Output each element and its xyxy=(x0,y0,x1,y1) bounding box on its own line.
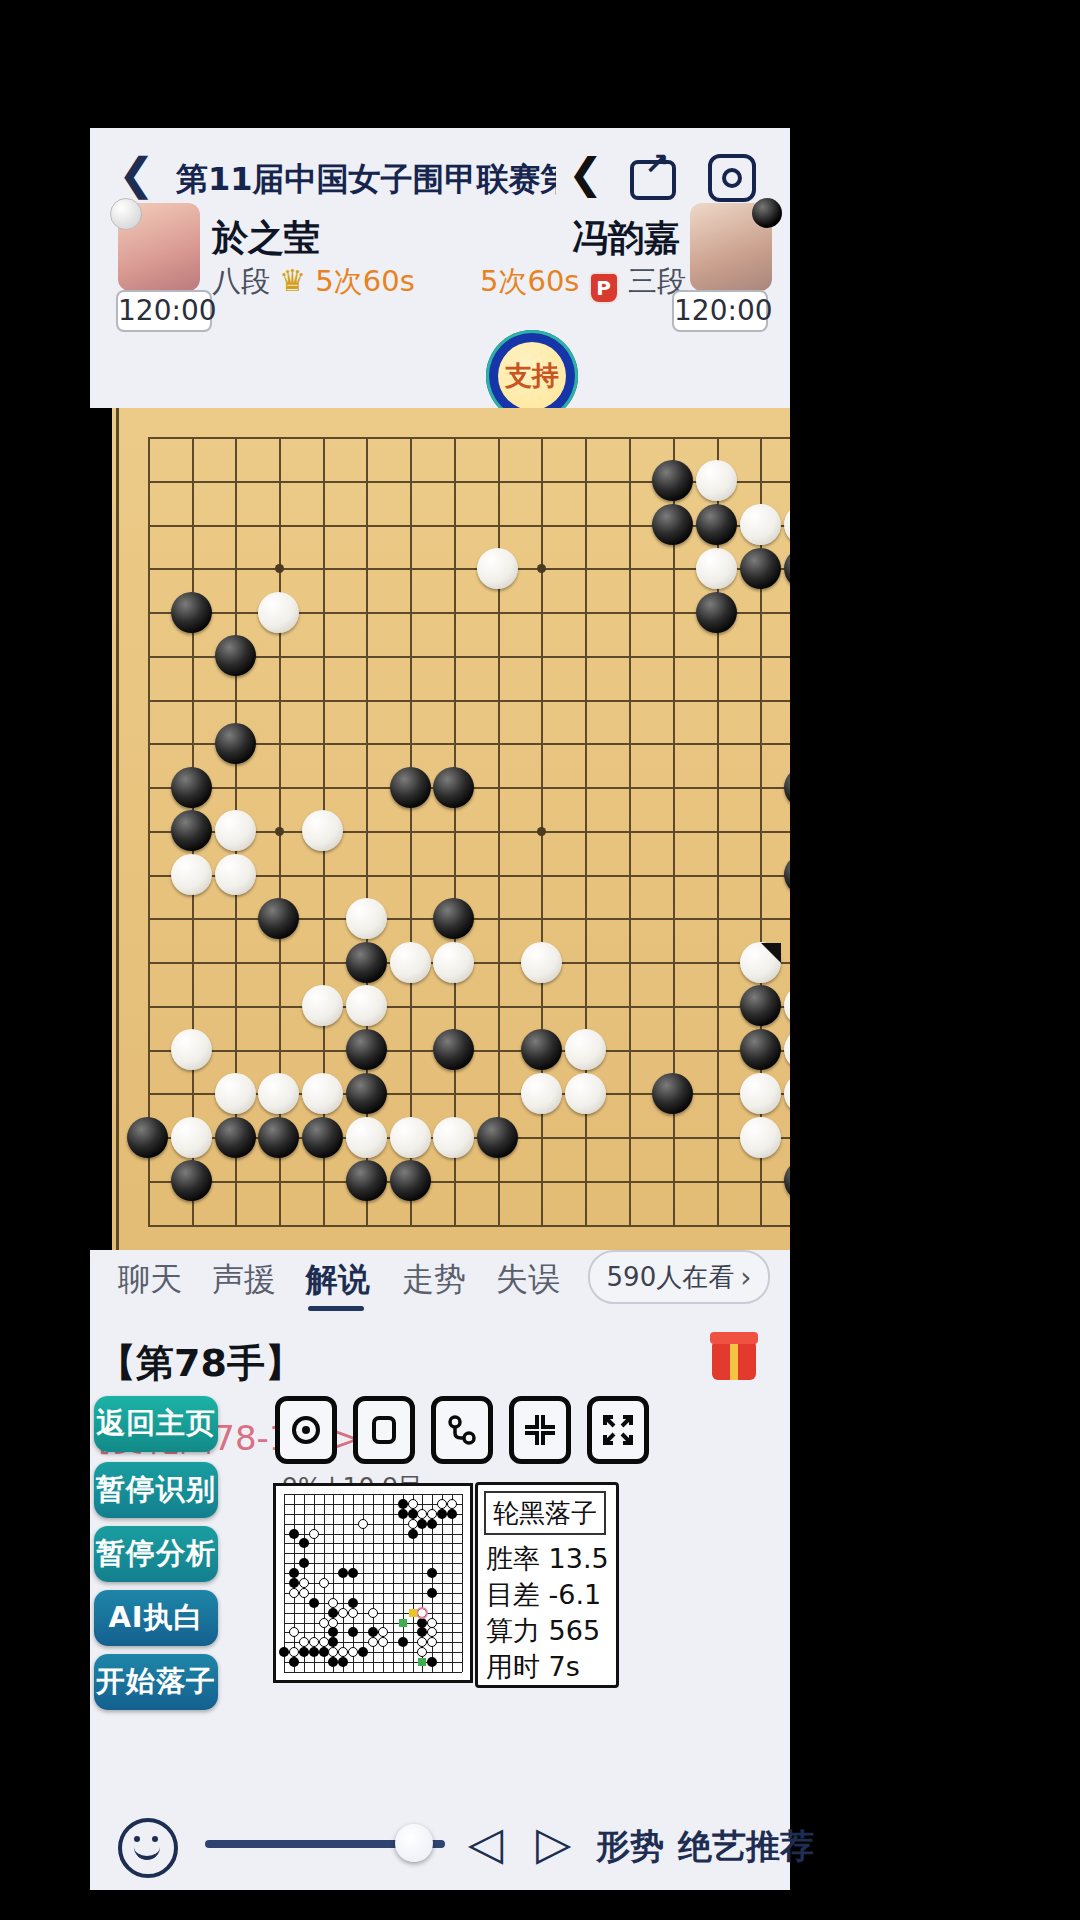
mini-black-stone xyxy=(338,1657,348,1667)
white-stone-r17c8 xyxy=(433,1117,474,1158)
white-stone-r13c7 xyxy=(390,942,431,983)
mini-white-stone xyxy=(328,1647,338,1657)
mini-black-stone xyxy=(299,1538,309,1548)
mini-black-stone xyxy=(279,1647,289,1657)
grid-line-h xyxy=(148,568,790,570)
black-stone-r15c10 xyxy=(521,1029,562,1070)
start-move-button[interactable]: 开始落子 xyxy=(94,1654,218,1710)
branch-icon[interactable] xyxy=(431,1396,493,1464)
mini-white-stone xyxy=(299,1637,309,1647)
star-point xyxy=(537,827,546,836)
page-title: 第11届中国女子围甲联赛第... xyxy=(176,158,556,202)
mini-black-stone xyxy=(368,1627,378,1637)
share-arrow: ↗ xyxy=(644,146,669,181)
ai-recommend-button[interactable]: 绝艺推荐 xyxy=(678,1824,814,1870)
mini-white-stone xyxy=(427,1509,437,1519)
board-frame-line xyxy=(116,408,119,1250)
mini-white-stone xyxy=(338,1647,348,1657)
mini-white-stone xyxy=(417,1637,427,1647)
white-stone-r16c11 xyxy=(565,1073,606,1114)
grid-line-h xyxy=(148,1006,790,1008)
mini-white-stone xyxy=(417,1647,427,1657)
app-content: ❮ 第11届中国女子围甲联赛第... ❮ ↗ 於之莹 八段 ♛ 5次60s 12… xyxy=(90,128,790,1890)
crown-icon: ♛ xyxy=(279,263,306,298)
mini-grid-line xyxy=(442,1494,443,1672)
commentary-move-title: 【第78手】 xyxy=(98,1338,303,1389)
mini-white-stone xyxy=(408,1519,418,1529)
viewers-pill[interactable]: 590人在看 › xyxy=(588,1250,770,1304)
white-stone-r2c14 xyxy=(696,460,737,501)
mini-black-stone xyxy=(447,1509,457,1519)
white-stone-r16c5 xyxy=(302,1073,343,1114)
white-stone-r11c2 xyxy=(171,854,212,895)
black-stone-r17c4 xyxy=(258,1117,299,1158)
mini-white-stone xyxy=(427,1618,437,1628)
white-stone-r12c6 xyxy=(346,898,387,939)
black-stone-r9c2 xyxy=(171,767,212,808)
right-player-byoyomi: 5次60s xyxy=(480,264,579,298)
mini-white-stone xyxy=(289,1627,299,1637)
grid-line-v xyxy=(629,437,631,1225)
mini-white-stone xyxy=(299,1588,309,1598)
black-stone-r4c15 xyxy=(740,548,781,589)
mini-white-stone xyxy=(338,1608,348,1618)
right-player-clock: 120:00 xyxy=(672,290,768,332)
white-stone-r17c7 xyxy=(390,1117,431,1158)
black-stone-r16c6 xyxy=(346,1073,387,1114)
tab-commentary[interactable]: 解说 xyxy=(306,1258,370,1302)
mini-white-stone xyxy=(319,1637,329,1647)
black-stone-r9c16 xyxy=(784,767,791,808)
white-stone-r15c11 xyxy=(565,1029,606,1070)
mini-black-stone xyxy=(338,1568,348,1578)
ai-winrate: 胜率 13.5 xyxy=(486,1541,609,1577)
white-stone-r15c2 xyxy=(171,1029,212,1070)
black-stone-r5c2 xyxy=(171,592,212,633)
mini-white-stone xyxy=(408,1499,418,1509)
star-point xyxy=(275,827,284,836)
white-stone-r10c5 xyxy=(302,810,343,851)
right-player-sub: 5次60s P 三段 xyxy=(480,262,680,304)
mini-black-stone xyxy=(427,1657,437,1667)
mini-black-stone xyxy=(299,1647,309,1657)
active-tab-underline xyxy=(308,1306,364,1311)
tab-chat[interactable]: 聊天 xyxy=(118,1258,182,1302)
white-stone-r17c6 xyxy=(346,1117,387,1158)
black-stone-r2c13 xyxy=(652,460,693,501)
white-stone-r16c16 xyxy=(784,1073,791,1114)
home-button[interactable]: 返回主页 xyxy=(94,1396,218,1452)
black-stone-r17c3 xyxy=(215,1117,256,1158)
grid-line-h xyxy=(148,612,790,614)
situation-button[interactable]: 形势 xyxy=(596,1824,664,1870)
mini-black-stone xyxy=(437,1509,447,1519)
mini-black-stone xyxy=(417,1627,427,1637)
mini-white-stone xyxy=(319,1618,329,1628)
pause-analysis-button[interactable]: 暂停分析 xyxy=(94,1526,218,1582)
tab-trend[interactable]: 走势 xyxy=(402,1258,466,1302)
mini-grid-line xyxy=(462,1494,463,1672)
mini-grid-line xyxy=(452,1494,453,1672)
p-rank-badge: P xyxy=(589,272,619,304)
prev-move-button[interactable]: ◁ xyxy=(468,1816,503,1870)
white-stone-r10c3 xyxy=(215,810,256,851)
mini-black-stone xyxy=(348,1627,358,1637)
ai-time-used: 用时 7s xyxy=(486,1649,580,1685)
emoji-keyboard-icon[interactable] xyxy=(118,1818,178,1878)
mini-white-stone xyxy=(378,1627,388,1637)
white-stone-r14c5 xyxy=(302,985,343,1026)
black-stone-r14c15 xyxy=(740,985,781,1026)
mini-grid-line xyxy=(284,1672,462,1673)
mini-white-stone xyxy=(328,1618,338,1628)
mini-white-stone xyxy=(427,1637,437,1647)
black-stone-r6c3 xyxy=(215,635,256,676)
mini-white-stone xyxy=(348,1608,358,1618)
mini-black-stone xyxy=(309,1647,319,1657)
black-stone-r12c8 xyxy=(433,898,474,939)
tab-mistakes[interactable]: 失误 xyxy=(496,1258,560,1302)
black-stone-r18c6 xyxy=(346,1160,387,1201)
mini-grid-line xyxy=(284,1583,462,1584)
mini-ai-suggestion-marker xyxy=(418,1658,426,1666)
record-icon[interactable] xyxy=(275,1396,337,1464)
black-stone-r3c14 xyxy=(696,504,737,545)
left-player-byoyomi: 5次60s xyxy=(315,264,414,298)
grid-line-h xyxy=(148,1181,790,1183)
black-stone-r18c16 xyxy=(784,1160,791,1201)
black-stone-r12c4 xyxy=(258,898,299,939)
mini-black-stone xyxy=(427,1519,437,1529)
mini-white-stone xyxy=(309,1637,319,1647)
black-stone-r18c2 xyxy=(171,1160,212,1201)
viewers-count: 590人在看 xyxy=(607,1260,735,1295)
mini-black-stone xyxy=(289,1568,299,1578)
mini-white-stone xyxy=(417,1509,427,1519)
left-player-name: 於之莹 xyxy=(212,214,320,263)
ai-white-button[interactable]: AI执白 xyxy=(94,1590,218,1646)
grid-line-h xyxy=(148,525,790,527)
left-player-clock: 120:00 xyxy=(116,290,212,332)
collapse-video-icon[interactable]: ❮ xyxy=(568,152,603,196)
black-stone-r17c9 xyxy=(477,1117,518,1158)
mini-white-stone xyxy=(289,1647,299,1657)
black-stone-r15c15 xyxy=(740,1029,781,1070)
right-player-name: 冯韵嘉 xyxy=(550,214,680,263)
tool-icon-row xyxy=(275,1396,649,1464)
mini-black-stone xyxy=(408,1529,418,1539)
go-board[interactable] xyxy=(112,408,790,1250)
mini-black-stone xyxy=(417,1618,427,1628)
star-point xyxy=(275,564,284,573)
black-stone-r17c5 xyxy=(302,1117,343,1158)
white-stone-r5c4 xyxy=(258,592,299,633)
black-stone-r10c2 xyxy=(171,810,212,851)
grid-line-h xyxy=(148,1225,790,1227)
mini-black-stone xyxy=(328,1657,338,1667)
white-stone-r17c2 xyxy=(171,1117,212,1158)
share-icon[interactable]: ↗ xyxy=(630,150,672,194)
white-stone-r14c6 xyxy=(346,985,387,1026)
mini-black-stone xyxy=(299,1558,309,1568)
mini-black-stone xyxy=(348,1598,358,1608)
chevron-right-icon: › xyxy=(740,1261,751,1294)
mini-white-stone xyxy=(348,1647,358,1657)
black-stone-r17c1 xyxy=(127,1117,168,1158)
mini-black-stone xyxy=(398,1637,408,1647)
white-stone-r11c3 xyxy=(215,854,256,895)
mini-black-stone xyxy=(289,1578,299,1588)
star-point xyxy=(537,564,546,573)
black-stone-r5c14 xyxy=(696,592,737,633)
black-stone-r9c7 xyxy=(390,767,431,808)
black-stone-r4c16 xyxy=(784,548,791,589)
grid-line-h xyxy=(148,481,790,483)
mini-black-stone xyxy=(309,1598,319,1608)
black-stone-r3c13 xyxy=(652,504,693,545)
white-stone-r3c15 xyxy=(740,504,781,545)
mini-white-stone xyxy=(368,1608,378,1618)
mini-black-stone xyxy=(427,1588,437,1598)
mini-black-stone xyxy=(417,1519,427,1529)
mini-black-stone xyxy=(328,1637,338,1647)
mini-white-stone xyxy=(299,1578,309,1588)
mini-white-stone xyxy=(368,1637,378,1647)
mini-white-stone xyxy=(427,1627,437,1637)
last-move-triangle-marker xyxy=(761,943,781,963)
screenshot-root: ❮ 第11届中国女子围甲联赛第... ❮ ↗ 於之莹 八段 ♛ 5次60s 12… xyxy=(0,0,1080,1920)
mini-black-stone xyxy=(398,1509,408,1519)
mini-ai-suggestion-marker xyxy=(399,1619,407,1627)
white-stone-r13c8 xyxy=(433,942,474,983)
mini-white-stone xyxy=(437,1499,447,1509)
black-stone-r16c13 xyxy=(652,1073,693,1114)
black-stone-r15c8 xyxy=(433,1029,474,1070)
mini-go-board xyxy=(273,1483,473,1683)
mini-black-stone xyxy=(408,1509,418,1519)
mini-black-stone xyxy=(427,1568,437,1578)
grid-line-h xyxy=(148,700,790,702)
support-label: 支持 xyxy=(505,358,559,394)
mini-grid-line xyxy=(393,1494,394,1672)
black-stone-r8c3 xyxy=(215,723,256,764)
ai-turn-box: 轮黑落子 xyxy=(484,1491,606,1535)
settings-gear-icon[interactable] xyxy=(708,154,756,202)
mini-black-stone xyxy=(328,1627,338,1637)
mini-white-stone xyxy=(358,1519,368,1529)
black-stone-r15c6 xyxy=(346,1029,387,1070)
white-stone-r16c10 xyxy=(521,1073,562,1114)
mini-black-stone xyxy=(348,1568,358,1578)
mini-white-stone xyxy=(447,1499,457,1509)
mini-white-stone xyxy=(289,1588,299,1598)
black-stone-r18c7 xyxy=(390,1160,431,1201)
back-icon[interactable]: ❮ xyxy=(118,152,155,196)
mini-black-stone xyxy=(398,1499,408,1509)
black-stone-r9c8 xyxy=(433,767,474,808)
stop-icon[interactable] xyxy=(353,1396,415,1464)
white-stone-r15c16 xyxy=(784,1029,791,1070)
black-stone-badge xyxy=(752,198,782,228)
mini-white-stone xyxy=(309,1529,319,1539)
white-stone-r4c14 xyxy=(696,548,737,589)
white-stone-r16c15 xyxy=(740,1073,781,1114)
left-player-sub: 八段 ♛ 5次60s xyxy=(212,262,415,302)
mini-ai-suggestion-marker xyxy=(409,1609,417,1617)
mini-black-stone xyxy=(328,1608,338,1618)
white-stone-r17c15 xyxy=(740,1117,781,1158)
white-stone-r16c3 xyxy=(215,1073,256,1114)
mini-black-stone xyxy=(289,1529,299,1539)
mini-white-stone xyxy=(328,1598,338,1608)
progress-slider-thumb[interactable] xyxy=(395,1824,433,1862)
left-player-rank: 八段 xyxy=(212,264,270,298)
ai-analysis-panel: 轮黑落子 胜率 13.5 目差 -6.1 算力 565 用时 7s xyxy=(475,1482,619,1688)
board-video-region xyxy=(90,408,790,1250)
ai-playouts: 算力 565 xyxy=(486,1613,600,1649)
black-stone-r11c16 xyxy=(784,854,791,895)
gift-icon[interactable] xyxy=(712,1340,756,1380)
white-stone-r16c4 xyxy=(258,1073,299,1114)
black-stone-r13c6 xyxy=(346,942,387,983)
mini-last-move-ring xyxy=(416,1607,428,1619)
white-stone-r14c16 xyxy=(784,985,791,1026)
mini-white-stone xyxy=(319,1578,329,1588)
white-stone-r3c16 xyxy=(784,504,791,545)
mini-black-stone xyxy=(358,1647,368,1657)
mini-black-stone xyxy=(319,1647,329,1657)
next-move-button[interactable]: ▷ xyxy=(536,1816,571,1870)
mini-black-stone xyxy=(289,1657,299,1667)
tab-cheer[interactable]: 声援 xyxy=(212,1258,276,1302)
white-stone-badge xyxy=(110,198,142,230)
grid-line-h xyxy=(148,437,790,439)
mini-white-stone xyxy=(378,1637,388,1647)
white-stone-r13c10 xyxy=(521,942,562,983)
ai-score-diff: 目差 -6.1 xyxy=(486,1577,601,1613)
expand-icon[interactable] xyxy=(587,1396,649,1464)
collapse-icon[interactable] xyxy=(509,1396,571,1464)
pause-recognition-button[interactable]: 暂停识别 xyxy=(94,1462,218,1518)
white-stone-r4c9 xyxy=(477,548,518,589)
